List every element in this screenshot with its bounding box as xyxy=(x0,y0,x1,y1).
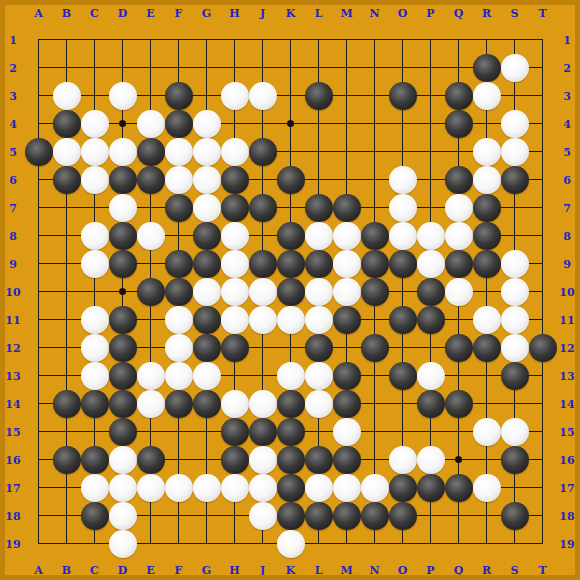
col-label-top-G: G xyxy=(202,7,211,20)
stone-white-P8[interactable] xyxy=(417,222,445,250)
row-label-right-9: 9 xyxy=(563,257,571,270)
col-label-top-C: C xyxy=(90,7,99,20)
stone-white-J3[interactable] xyxy=(249,82,277,110)
stone-white-S5[interactable] xyxy=(501,138,529,166)
col-label-top-F: F xyxy=(175,7,183,20)
stone-black-M13[interactable] xyxy=(333,362,361,390)
stone-black-O9[interactable] xyxy=(389,250,417,278)
col-label-bottom-G: G xyxy=(202,564,211,577)
stone-black-E6[interactable] xyxy=(137,166,165,194)
col-label-top-O: O xyxy=(398,7,408,20)
stone-white-O8[interactable] xyxy=(389,222,417,250)
stone-white-E4[interactable] xyxy=(137,110,165,138)
row-label-right-8: 8 xyxy=(563,229,571,242)
row-label-left-17: 17 xyxy=(5,481,20,494)
stone-black-G12[interactable] xyxy=(193,334,221,362)
col-label-bottom-P: P xyxy=(426,564,434,577)
stone-black-Q6[interactable] xyxy=(445,166,473,194)
stone-black-G14[interactable] xyxy=(193,390,221,418)
stone-white-C9[interactable] xyxy=(81,250,109,278)
stone-white-R5[interactable] xyxy=(473,138,501,166)
stone-black-H16[interactable] xyxy=(221,446,249,474)
col-label-bottom-A: A xyxy=(34,564,43,577)
stone-black-M11[interactable] xyxy=(333,306,361,334)
col-label-top-K: K xyxy=(286,7,296,20)
stone-black-N8[interactable] xyxy=(361,222,389,250)
stone-black-F7[interactable] xyxy=(165,194,193,222)
stone-white-G13[interactable] xyxy=(193,362,221,390)
row-label-right-17: 17 xyxy=(559,481,574,494)
row-label-left-16: 16 xyxy=(5,453,20,466)
stone-white-M9[interactable] xyxy=(333,250,361,278)
col-label-top-J: J xyxy=(260,7,265,20)
stone-white-R11[interactable] xyxy=(473,306,501,334)
stone-white-F11[interactable] xyxy=(165,306,193,334)
stone-white-F12[interactable] xyxy=(165,334,193,362)
col-label-top-H: H xyxy=(229,7,239,20)
stone-black-J9[interactable] xyxy=(249,250,277,278)
col-label-top-E: E xyxy=(146,7,154,20)
stone-black-O3[interactable] xyxy=(389,82,417,110)
stone-black-M7[interactable] xyxy=(333,194,361,222)
row-label-left-14: 14 xyxy=(5,397,20,410)
row-label-left-19: 19 xyxy=(5,537,20,550)
stone-black-N12[interactable] xyxy=(361,334,389,362)
stone-black-F9[interactable] xyxy=(165,250,193,278)
stone-white-L13[interactable] xyxy=(305,362,333,390)
stone-black-H15[interactable] xyxy=(221,418,249,446)
stone-black-O13[interactable] xyxy=(389,362,417,390)
stone-black-L18[interactable] xyxy=(305,502,333,530)
stone-white-C8[interactable] xyxy=(81,222,109,250)
stone-white-L17[interactable] xyxy=(305,474,333,502)
stone-black-Q17[interactable] xyxy=(445,474,473,502)
row-label-left-9: 9 xyxy=(9,257,17,270)
stone-white-M17[interactable] xyxy=(333,474,361,502)
stone-white-C5[interactable] xyxy=(81,138,109,166)
stone-black-K10[interactable] xyxy=(277,278,305,306)
row-label-right-15: 15 xyxy=(559,425,574,438)
row-label-right-5: 5 xyxy=(563,145,571,158)
stone-white-S12[interactable] xyxy=(501,334,529,362)
stone-black-L12[interactable] xyxy=(305,334,333,362)
stone-black-D14[interactable] xyxy=(109,390,137,418)
row-label-right-18: 18 xyxy=(559,509,574,522)
stone-black-F14[interactable] xyxy=(165,390,193,418)
stone-black-P10[interactable] xyxy=(417,278,445,306)
stone-white-Q7[interactable] xyxy=(445,194,473,222)
stone-black-E16[interactable] xyxy=(137,446,165,474)
stone-black-N18[interactable] xyxy=(361,502,389,530)
stone-white-R6[interactable] xyxy=(473,166,501,194)
row-label-left-13: 13 xyxy=(5,369,20,382)
stone-white-H5[interactable] xyxy=(221,138,249,166)
stone-white-P9[interactable] xyxy=(417,250,445,278)
stone-white-J18[interactable] xyxy=(249,502,277,530)
col-label-bottom-M: M xyxy=(340,564,352,577)
stone-black-L16[interactable] xyxy=(305,446,333,474)
col-label-bottom-H: H xyxy=(229,564,239,577)
stone-white-G6[interactable] xyxy=(193,166,221,194)
stone-black-K16[interactable] xyxy=(277,446,305,474)
stone-white-H17[interactable] xyxy=(221,474,249,502)
stone-black-P17[interactable] xyxy=(417,474,445,502)
stone-black-Q3[interactable] xyxy=(445,82,473,110)
stone-white-S15[interactable] xyxy=(501,418,529,446)
stone-white-B5[interactable] xyxy=(53,138,81,166)
stone-black-D15[interactable] xyxy=(109,418,137,446)
stone-white-L11[interactable] xyxy=(305,306,333,334)
stone-black-M16[interactable] xyxy=(333,446,361,474)
stone-black-B6[interactable] xyxy=(53,166,81,194)
stone-white-H3[interactable] xyxy=(221,82,249,110)
col-label-bottom-F: F xyxy=(175,564,183,577)
stone-black-D12[interactable] xyxy=(109,334,137,362)
stone-white-C13[interactable] xyxy=(81,362,109,390)
col-label-top-D: D xyxy=(118,7,128,20)
row-label-left-7: 7 xyxy=(9,201,17,214)
stone-white-L10[interactable] xyxy=(305,278,333,306)
stone-black-B4[interactable] xyxy=(53,110,81,138)
stone-white-J11[interactable] xyxy=(249,306,277,334)
stone-white-E17[interactable] xyxy=(137,474,165,502)
stone-white-M8[interactable] xyxy=(333,222,361,250)
col-label-bottom-L: L xyxy=(315,564,323,577)
stone-black-F10[interactable] xyxy=(165,278,193,306)
stone-white-E8[interactable] xyxy=(137,222,165,250)
col-label-bottom-B: B xyxy=(62,564,71,577)
stone-black-C18[interactable] xyxy=(81,502,109,530)
row-label-left-18: 18 xyxy=(5,509,20,522)
stone-black-C14[interactable] xyxy=(81,390,109,418)
row-label-left-3: 3 xyxy=(9,89,17,102)
stone-black-D8[interactable] xyxy=(109,222,137,250)
stone-white-D3[interactable] xyxy=(109,82,137,110)
row-label-left-1: 1 xyxy=(9,33,17,46)
stone-white-O7[interactable] xyxy=(389,194,417,222)
col-label-bottom-O: O xyxy=(398,564,408,577)
row-label-left-8: 8 xyxy=(9,229,17,242)
grid-vline-T xyxy=(542,39,543,544)
stone-white-D17[interactable] xyxy=(109,474,137,502)
stone-white-C6[interactable] xyxy=(81,166,109,194)
stone-white-R3[interactable] xyxy=(473,82,501,110)
stone-black-S16[interactable] xyxy=(501,446,529,474)
stone-white-D19[interactable] xyxy=(109,530,137,558)
stone-black-B16[interactable] xyxy=(53,446,81,474)
stone-black-E5[interactable] xyxy=(137,138,165,166)
stone-white-G7[interactable] xyxy=(193,194,221,222)
stone-black-P14[interactable] xyxy=(417,390,445,418)
col-label-top-T: T xyxy=(538,7,546,20)
stone-white-O16[interactable] xyxy=(389,446,417,474)
row-label-left-11: 11 xyxy=(5,313,20,326)
row-label-right-1: 1 xyxy=(563,33,571,46)
stone-black-K8[interactable] xyxy=(277,222,305,250)
col-label-bottom-T: T xyxy=(538,564,546,577)
stone-black-K15[interactable] xyxy=(277,418,305,446)
col-label-top-L: L xyxy=(315,7,323,20)
stone-black-S6[interactable] xyxy=(501,166,529,194)
stone-white-F17[interactable] xyxy=(165,474,193,502)
stone-white-S11[interactable] xyxy=(501,306,529,334)
stone-black-K9[interactable] xyxy=(277,250,305,278)
go-board[interactable]: AA11BB22CC33DD44EE55FF66GG77HH88JJ99KK10… xyxy=(0,0,580,580)
stone-white-D18[interactable] xyxy=(109,502,137,530)
stone-white-F6[interactable] xyxy=(165,166,193,194)
stone-white-H14[interactable] xyxy=(221,390,249,418)
row-label-right-14: 14 xyxy=(559,397,574,410)
stone-black-D11[interactable] xyxy=(109,306,137,334)
stone-black-L3[interactable] xyxy=(305,82,333,110)
row-label-right-7: 7 xyxy=(563,201,571,214)
stone-black-J15[interactable] xyxy=(249,418,277,446)
stone-white-J10[interactable] xyxy=(249,278,277,306)
stone-white-L8[interactable] xyxy=(305,222,333,250)
col-label-top-N: N xyxy=(369,7,379,20)
stone-black-H12[interactable] xyxy=(221,334,249,362)
row-label-right-13: 13 xyxy=(559,369,574,382)
stone-white-C11[interactable] xyxy=(81,306,109,334)
stone-black-B14[interactable] xyxy=(53,390,81,418)
stone-white-G10[interactable] xyxy=(193,278,221,306)
stone-white-Q10[interactable] xyxy=(445,278,473,306)
stone-black-N9[interactable] xyxy=(361,250,389,278)
stone-black-D6[interactable] xyxy=(109,166,137,194)
col-label-bottom-D: D xyxy=(118,564,128,577)
col-label-bottom-K: K xyxy=(286,564,296,577)
stone-black-O11[interactable] xyxy=(389,306,417,334)
row-label-left-6: 6 xyxy=(9,173,17,186)
stone-black-H7[interactable] xyxy=(221,194,249,222)
stone-black-M14[interactable] xyxy=(333,390,361,418)
row-label-right-2: 2 xyxy=(563,61,571,74)
col-label-bottom-S: S xyxy=(511,564,519,577)
col-label-bottom-R: R xyxy=(482,564,491,577)
stone-black-K14[interactable] xyxy=(277,390,305,418)
stone-white-D5[interactable] xyxy=(109,138,137,166)
stone-black-A5[interactable] xyxy=(25,138,53,166)
stone-black-R8[interactable] xyxy=(473,222,501,250)
stone-white-K11[interactable] xyxy=(277,306,305,334)
col-label-bottom-Q: Q xyxy=(454,564,464,577)
stone-white-B3[interactable] xyxy=(53,82,81,110)
stone-black-M18[interactable] xyxy=(333,502,361,530)
stone-white-E14[interactable] xyxy=(137,390,165,418)
stone-black-L9[interactable] xyxy=(305,250,333,278)
stone-white-O6[interactable] xyxy=(389,166,417,194)
stone-black-R2[interactable] xyxy=(473,54,501,82)
row-label-left-5: 5 xyxy=(9,145,17,158)
row-label-right-4: 4 xyxy=(563,117,571,130)
stone-white-J16[interactable] xyxy=(249,446,277,474)
stone-black-J7[interactable] xyxy=(249,194,277,222)
col-label-top-B: B xyxy=(62,7,71,20)
row-label-left-2: 2 xyxy=(9,61,17,74)
stone-white-G17[interactable] xyxy=(193,474,221,502)
stone-white-G5[interactable] xyxy=(193,138,221,166)
stone-white-L14[interactable] xyxy=(305,390,333,418)
stone-black-O17[interactable] xyxy=(389,474,417,502)
stone-white-K13[interactable] xyxy=(277,362,305,390)
stone-white-S2[interactable] xyxy=(501,54,529,82)
col-label-top-Q: Q xyxy=(454,7,464,20)
stone-white-D16[interactable] xyxy=(109,446,137,474)
stone-black-F3[interactable] xyxy=(165,82,193,110)
row-label-left-12: 12 xyxy=(5,341,20,354)
hoshi-D10 xyxy=(119,288,126,295)
stone-black-G8[interactable] xyxy=(193,222,221,250)
stone-black-F4[interactable] xyxy=(165,110,193,138)
stone-white-H11[interactable] xyxy=(221,306,249,334)
stone-black-H6[interactable] xyxy=(221,166,249,194)
stone-black-D13[interactable] xyxy=(109,362,137,390)
stone-white-S4[interactable] xyxy=(501,110,529,138)
row-label-right-16: 16 xyxy=(559,453,574,466)
stone-white-G4[interactable] xyxy=(193,110,221,138)
stone-black-N10[interactable] xyxy=(361,278,389,306)
stone-white-S10[interactable] xyxy=(501,278,529,306)
stone-white-H9[interactable] xyxy=(221,250,249,278)
stone-white-K19[interactable] xyxy=(277,530,305,558)
stone-white-N17[interactable] xyxy=(361,474,389,502)
stone-black-E10[interactable] xyxy=(137,278,165,306)
col-label-top-M: M xyxy=(340,7,352,20)
stone-white-C17[interactable] xyxy=(81,474,109,502)
stone-white-M15[interactable] xyxy=(333,418,361,446)
row-label-right-3: 3 xyxy=(563,89,571,102)
stone-black-K18[interactable] xyxy=(277,502,305,530)
row-label-right-6: 6 xyxy=(563,173,571,186)
row-label-left-10: 10 xyxy=(5,285,20,298)
hoshi-Q16 xyxy=(455,456,462,463)
stone-black-G9[interactable] xyxy=(193,250,221,278)
stone-black-R9[interactable] xyxy=(473,250,501,278)
stone-black-L7[interactable] xyxy=(305,194,333,222)
stone-white-H8[interactable] xyxy=(221,222,249,250)
col-label-top-S: S xyxy=(511,7,519,20)
stone-black-J5[interactable] xyxy=(249,138,277,166)
stone-white-R15[interactable] xyxy=(473,418,501,446)
stone-black-G11[interactable] xyxy=(193,306,221,334)
row-label-right-11: 11 xyxy=(559,313,574,326)
stone-white-F13[interactable] xyxy=(165,362,193,390)
col-label-top-A: A xyxy=(34,7,43,20)
hoshi-K4 xyxy=(287,120,294,127)
col-label-top-R: R xyxy=(482,7,491,20)
col-label-bottom-N: N xyxy=(369,564,379,577)
stone-white-J14[interactable] xyxy=(249,390,277,418)
stone-black-C16[interactable] xyxy=(81,446,109,474)
stone-white-P13[interactable] xyxy=(417,362,445,390)
stone-white-J17[interactable] xyxy=(249,474,277,502)
stone-white-D7[interactable] xyxy=(109,194,137,222)
stone-black-O18[interactable] xyxy=(389,502,417,530)
stone-black-T12[interactable] xyxy=(529,334,557,362)
stone-black-S13[interactable] xyxy=(501,362,529,390)
stone-black-Q14[interactable] xyxy=(445,390,473,418)
stone-black-R12[interactable] xyxy=(473,334,501,362)
stone-white-M10[interactable] xyxy=(333,278,361,306)
stone-white-F5[interactable] xyxy=(165,138,193,166)
stone-black-P11[interactable] xyxy=(417,306,445,334)
row-label-left-4: 4 xyxy=(9,117,17,130)
stone-white-C4[interactable] xyxy=(81,110,109,138)
col-label-bottom-J: J xyxy=(260,564,265,577)
stone-black-Q9[interactable] xyxy=(445,250,473,278)
row-label-left-15: 15 xyxy=(5,425,20,438)
row-label-right-19: 19 xyxy=(559,537,574,550)
stone-white-P16[interactable] xyxy=(417,446,445,474)
stone-white-H10[interactable] xyxy=(221,278,249,306)
stone-black-R7[interactable] xyxy=(473,194,501,222)
stone-black-S18[interactable] xyxy=(501,502,529,530)
stone-black-D9[interactable] xyxy=(109,250,137,278)
row-label-right-12: 12 xyxy=(559,341,574,354)
stone-white-Q8[interactable] xyxy=(445,222,473,250)
stone-black-Q12[interactable] xyxy=(445,334,473,362)
stone-black-Q4[interactable] xyxy=(445,110,473,138)
stone-white-C12[interactable] xyxy=(81,334,109,362)
row-label-right-10: 10 xyxy=(559,285,574,298)
stone-black-K17[interactable] xyxy=(277,474,305,502)
stone-white-S9[interactable] xyxy=(501,250,529,278)
stone-white-R17[interactable] xyxy=(473,474,501,502)
grid-vline-R xyxy=(486,39,487,544)
stone-black-K6[interactable] xyxy=(277,166,305,194)
stone-white-E13[interactable] xyxy=(137,362,165,390)
hoshi-D4 xyxy=(119,120,126,127)
col-label-bottom-E: E xyxy=(146,564,154,577)
col-label-bottom-C: C xyxy=(90,564,99,577)
col-label-top-P: P xyxy=(426,7,434,20)
